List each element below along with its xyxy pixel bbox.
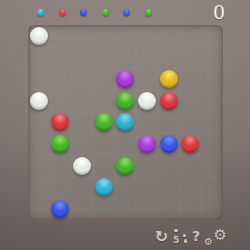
board-cell[interactable] bbox=[115, 90, 137, 112]
restart-icon[interactable]: ↻ bbox=[153, 226, 170, 246]
ball-blue bbox=[123, 9, 130, 16]
board-cell[interactable] bbox=[28, 198, 50, 220]
board-cell[interactable] bbox=[93, 155, 115, 177]
ball-white[interactable] bbox=[138, 92, 156, 110]
board-cell[interactable] bbox=[115, 177, 137, 199]
ball-purple[interactable] bbox=[116, 70, 134, 88]
ball-blue[interactable] bbox=[51, 200, 69, 218]
board-cell[interactable] bbox=[71, 155, 93, 177]
board-cell[interactable] bbox=[115, 68, 137, 90]
gear-small-icon: ⚙ bbox=[204, 235, 213, 249]
board-cell[interactable] bbox=[201, 68, 223, 90]
ball-cyan bbox=[37, 9, 44, 16]
ball-white[interactable] bbox=[30, 92, 48, 110]
board-cell[interactable] bbox=[201, 112, 223, 134]
board-cell[interactable] bbox=[93, 90, 115, 112]
ball-blue[interactable] bbox=[160, 135, 178, 153]
settings-gears-icon[interactable]: ⚙ ⚙ bbox=[204, 225, 227, 247]
board-cell[interactable] bbox=[93, 112, 115, 134]
board-cell[interactable] bbox=[93, 68, 115, 90]
board-cell[interactable] bbox=[28, 133, 50, 155]
ball-purple[interactable] bbox=[138, 135, 156, 153]
board-cell[interactable] bbox=[201, 133, 223, 155]
board-cell[interactable] bbox=[71, 198, 93, 220]
board-cell[interactable] bbox=[180, 90, 202, 112]
preview-dot-icon bbox=[184, 239, 188, 243]
board-cell[interactable] bbox=[28, 90, 50, 112]
board-cell[interactable] bbox=[180, 47, 202, 69]
help-icon[interactable]: ? bbox=[190, 226, 202, 246]
board-cell[interactable] bbox=[71, 90, 93, 112]
board-cell[interactable] bbox=[201, 90, 223, 112]
board-cell[interactable] bbox=[71, 112, 93, 134]
board-cell[interactable] bbox=[50, 47, 72, 69]
board-cell[interactable] bbox=[158, 47, 180, 69]
board-cell[interactable] bbox=[93, 25, 115, 47]
game-board[interactable] bbox=[28, 25, 223, 220]
preview-dot-icon bbox=[174, 229, 178, 233]
next-count-label: 5 bbox=[173, 236, 179, 245]
ball-red[interactable] bbox=[51, 113, 69, 131]
board-cell[interactable] bbox=[180, 133, 202, 155]
board-cell[interactable] bbox=[180, 112, 202, 134]
ball-yellow[interactable] bbox=[160, 70, 178, 88]
board-cell[interactable] bbox=[115, 198, 137, 220]
next-balls-count-icon[interactable]: 5 bbox=[172, 227, 188, 246]
board-cell[interactable] bbox=[180, 68, 202, 90]
board-cell[interactable] bbox=[28, 177, 50, 199]
board-cell[interactable] bbox=[71, 47, 93, 69]
board-cell[interactable] bbox=[50, 198, 72, 220]
ball-white[interactable] bbox=[30, 27, 48, 45]
ball-green[interactable] bbox=[116, 92, 134, 110]
board-cell[interactable] bbox=[28, 47, 50, 69]
board-cell[interactable] bbox=[115, 47, 137, 69]
board-cell[interactable] bbox=[201, 198, 223, 220]
board-cell[interactable] bbox=[136, 25, 158, 47]
ball-green[interactable] bbox=[95, 113, 113, 131]
board-cell[interactable] bbox=[50, 68, 72, 90]
board-cell[interactable] bbox=[93, 47, 115, 69]
score-display: 0 bbox=[213, 0, 225, 24]
ball-green bbox=[102, 9, 109, 16]
board-cell[interactable] bbox=[136, 47, 158, 69]
preview-dot-icon bbox=[183, 234, 187, 238]
ball-blue bbox=[80, 9, 87, 16]
ball-cyan[interactable] bbox=[95, 178, 113, 196]
board-cell[interactable] bbox=[71, 177, 93, 199]
board-cell[interactable] bbox=[158, 68, 180, 90]
ball-green[interactable] bbox=[116, 157, 134, 175]
ball-white[interactable] bbox=[73, 157, 91, 175]
board-cell[interactable] bbox=[180, 177, 202, 199]
board-cell[interactable] bbox=[136, 68, 158, 90]
board-cell[interactable] bbox=[201, 47, 223, 69]
board-cell[interactable] bbox=[28, 68, 50, 90]
board-cell[interactable] bbox=[180, 25, 202, 47]
board-cell[interactable] bbox=[136, 177, 158, 199]
board-cell[interactable] bbox=[93, 133, 115, 155]
board-cell[interactable] bbox=[158, 133, 180, 155]
board-cell[interactable] bbox=[50, 177, 72, 199]
board-cell[interactable] bbox=[136, 198, 158, 220]
ball-red bbox=[59, 9, 66, 16]
board-cell[interactable] bbox=[158, 177, 180, 199]
board-cell[interactable] bbox=[50, 133, 72, 155]
board-cell[interactable] bbox=[136, 112, 158, 134]
board-cell[interactable] bbox=[93, 198, 115, 220]
board-cell[interactable] bbox=[136, 155, 158, 177]
board-cell[interactable] bbox=[71, 133, 93, 155]
board-cell[interactable] bbox=[115, 25, 137, 47]
board-cell[interactable] bbox=[201, 155, 223, 177]
board-cell[interactable] bbox=[158, 198, 180, 220]
board-cell[interactable] bbox=[50, 155, 72, 177]
board-cell[interactable] bbox=[201, 25, 223, 47]
board-cell[interactable] bbox=[28, 112, 50, 134]
board-cell[interactable] bbox=[136, 90, 158, 112]
ball-green bbox=[145, 9, 152, 16]
board-cell[interactable] bbox=[158, 155, 180, 177]
next-balls-preview bbox=[0, 0, 200, 24]
board-cell[interactable] bbox=[50, 112, 72, 134]
ball-cyan[interactable] bbox=[116, 113, 134, 131]
board-cell[interactable] bbox=[71, 68, 93, 90]
board-cell[interactable] bbox=[93, 177, 115, 199]
board-cell[interactable] bbox=[28, 25, 50, 47]
board-cell[interactable] bbox=[71, 25, 93, 47]
gear-large-icon: ⚙ bbox=[214, 224, 227, 246]
board-cell[interactable] bbox=[115, 112, 137, 134]
board-cell[interactable] bbox=[180, 155, 202, 177]
board-cell[interactable] bbox=[50, 25, 72, 47]
board-cell[interactable] bbox=[50, 90, 72, 112]
board-cell[interactable] bbox=[158, 25, 180, 47]
board-cell[interactable] bbox=[158, 90, 180, 112]
board-cell[interactable] bbox=[158, 112, 180, 134]
game-window: 0 ↻ 5 ? ⚙ ⚙ bbox=[0, 0, 250, 250]
ball-green[interactable] bbox=[51, 135, 69, 153]
board-cell[interactable] bbox=[201, 177, 223, 199]
ball-red[interactable] bbox=[181, 135, 199, 153]
board-cell[interactable] bbox=[136, 133, 158, 155]
ball-red[interactable] bbox=[160, 92, 178, 110]
toolbar: ↻ 5 ? ⚙ ⚙ bbox=[153, 225, 227, 247]
board-cell[interactable] bbox=[28, 155, 50, 177]
board-cell[interactable] bbox=[115, 133, 137, 155]
board-cell[interactable] bbox=[115, 155, 137, 177]
top-bar: 0 bbox=[0, 0, 250, 24]
board-cell[interactable] bbox=[180, 198, 202, 220]
